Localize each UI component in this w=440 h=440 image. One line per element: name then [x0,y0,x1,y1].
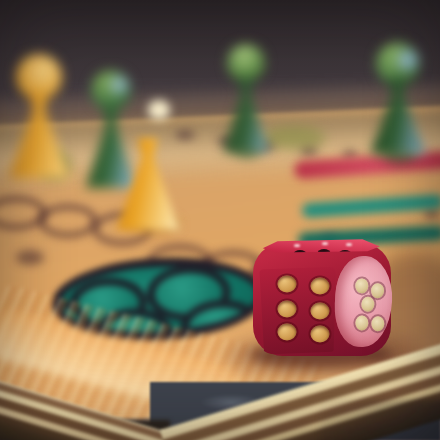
die-pip [370,315,384,331]
corner-shadow [320,400,440,440]
die-pip [277,276,296,293]
track-spot [424,208,440,219]
photo-scene [0,0,440,440]
pawn-head-highlight [398,50,418,70]
pawn-head [227,44,265,82]
pawn-body [112,138,184,230]
die-pip [361,297,375,313]
pawn-body [366,78,430,154]
track-spot [16,250,44,265]
track-ring [38,204,98,238]
die-pip [355,278,369,294]
pawn-green-back-centre [220,44,272,152]
pawn-yellow-front [112,94,184,230]
die-pip [371,283,385,299]
die-pip [311,303,330,320]
pawn-yellow-back-left [4,54,74,178]
pawn-body [220,78,272,152]
pawn-head-highlight [148,100,170,120]
die-pip [354,316,368,332]
die-pip [311,326,330,343]
die-top-highlight [294,244,300,247]
die-top-highlight [346,243,352,246]
die [252,238,392,358]
die-top-highlight [322,242,328,245]
die-pip [277,300,296,317]
pawn-body [4,92,74,178]
pawn-head-highlight [110,76,128,94]
die-front-face-six [256,267,336,355]
pawn-green-back-right [366,42,430,154]
die-pip [311,278,330,295]
die-pip [277,323,296,340]
